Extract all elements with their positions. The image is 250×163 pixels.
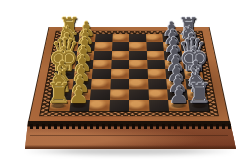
square-d6[interactable] [147, 60, 166, 69]
white-pawn-icon: ♟ [69, 84, 90, 107]
board-box-front [0, 121, 250, 151]
square-g3[interactable] [90, 89, 110, 100]
square-a3[interactable] [95, 34, 112, 42]
black-rook-h8[interactable]: ♜ [187, 80, 212, 108]
square-h6[interactable] [149, 100, 170, 111]
square-g5[interactable] [129, 89, 149, 100]
square-h4[interactable] [109, 100, 129, 111]
square-d5[interactable] [129, 60, 147, 69]
black-rook-icon: ♜ [187, 80, 212, 108]
square-b6[interactable] [146, 42, 164, 51]
square-g6[interactable] [148, 89, 168, 100]
square-e3[interactable] [92, 69, 111, 79]
square-a6[interactable] [146, 34, 163, 42]
square-b4[interactable] [112, 42, 129, 51]
square-d4[interactable] [111, 60, 129, 69]
square-g4[interactable] [109, 89, 129, 100]
square-c3[interactable] [93, 51, 111, 60]
square-c6[interactable] [146, 51, 164, 60]
white-rook-icon: ♜ [46, 80, 71, 108]
square-c4[interactable] [111, 51, 129, 60]
chess-set-photo: ♜♟♟♜♞♟♟♞♝♟♟♝♛♟♟♛♚♟♟♚♝♟♟♝♞♟♟♞♜♟♟♜ [0, 0, 250, 163]
square-h3[interactable] [89, 100, 110, 111]
square-e4[interactable] [110, 69, 129, 79]
white-rook-h1[interactable]: ♜ [46, 80, 71, 108]
square-d3[interactable] [93, 60, 112, 69]
square-e6[interactable] [147, 69, 166, 79]
square-f4[interactable] [110, 79, 129, 89]
square-f3[interactable] [91, 79, 111, 89]
square-f6[interactable] [148, 79, 168, 89]
square-h5[interactable] [129, 100, 149, 111]
square-a5[interactable] [129, 34, 146, 42]
leather-seam-line [30, 135, 228, 136]
square-a4[interactable] [112, 34, 129, 42]
square-b5[interactable] [129, 42, 146, 51]
carved-edge-teeth [24, 124, 236, 129]
square-e5[interactable] [129, 69, 148, 79]
square-c5[interactable] [129, 51, 147, 60]
square-b3[interactable] [94, 42, 112, 51]
square-f5[interactable] [129, 79, 148, 89]
white-pawn-h2[interactable]: ♟ [69, 84, 90, 107]
